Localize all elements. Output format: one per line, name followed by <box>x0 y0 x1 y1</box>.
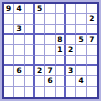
cell-r9c4[interactable] <box>35 87 45 97</box>
cell-r8c9[interactable] <box>87 76 97 86</box>
cell-r7c2[interactable]: 6 <box>14 66 24 76</box>
given-digit: 1 <box>57 46 62 54</box>
cell-r8c4[interactable] <box>35 76 45 86</box>
given-digit: 5 <box>37 5 42 13</box>
given-digit: 6 <box>16 67 21 75</box>
given-digit: 7 <box>89 36 94 44</box>
given-digit: 2 <box>89 15 94 23</box>
given-digit: 2 <box>37 67 42 75</box>
cell-r1c8[interactable] <box>76 4 86 14</box>
cell-r5c6[interactable]: 1 <box>56 45 66 55</box>
cell-r2c1[interactable] <box>4 14 14 24</box>
given-digit: 2 <box>68 46 73 54</box>
cell-r9c3[interactable] <box>25 87 35 97</box>
given-digit: 3 <box>16 25 21 33</box>
cell-r1c2[interactable]: 4 <box>14 4 24 14</box>
cell-r8c5[interactable]: 6 <box>45 76 55 86</box>
cell-r1c6[interactable] <box>56 4 66 14</box>
cell-r6c9[interactable] <box>87 56 97 66</box>
cell-r8c8[interactable]: 4 <box>76 76 86 86</box>
cell-r1c3[interactable] <box>25 4 35 14</box>
given-digit: 9 <box>6 5 11 13</box>
cell-r2c7[interactable] <box>66 14 76 24</box>
cell-r7c4[interactable]: 2 <box>35 66 45 76</box>
cell-r3c2[interactable]: 3 <box>14 25 24 35</box>
cell-r8c6[interactable] <box>56 76 66 86</box>
cell-r6c2[interactable] <box>14 56 24 66</box>
given-digit: 6 <box>47 77 52 85</box>
cell-r7c1[interactable] <box>4 66 14 76</box>
cell-r6c1[interactable] <box>4 56 14 66</box>
cell-r7c9[interactable] <box>87 66 97 76</box>
cell-r1c9[interactable] <box>87 4 97 14</box>
cell-r6c8[interactable] <box>76 56 86 66</box>
given-digit: 4 <box>78 77 83 85</box>
cell-r7c3[interactable] <box>25 66 35 76</box>
cell-r3c1[interactable] <box>4 25 14 35</box>
sudoku-board: 9452385712627364 <box>2 2 99 99</box>
cell-r8c1[interactable] <box>4 76 14 86</box>
cell-r4c6[interactable]: 8 <box>56 35 66 45</box>
cell-r3c9[interactable] <box>87 25 97 35</box>
cell-r6c7[interactable] <box>66 56 76 66</box>
given-digit: 8 <box>57 36 62 44</box>
cell-r3c3[interactable] <box>25 25 35 35</box>
cell-r2c4[interactable] <box>35 14 45 24</box>
cell-r3c7[interactable] <box>66 25 76 35</box>
given-digit: 5 <box>78 36 83 44</box>
cell-r9c6[interactable] <box>56 87 66 97</box>
cell-r7c8[interactable] <box>76 66 86 76</box>
cell-r5c4[interactable] <box>35 45 45 55</box>
cell-r5c9[interactable] <box>87 45 97 55</box>
cell-r5c7[interactable]: 2 <box>66 45 76 55</box>
cell-r9c5[interactable] <box>45 87 55 97</box>
cell-r2c5[interactable] <box>45 14 55 24</box>
cell-r5c2[interactable] <box>14 45 24 55</box>
cell-r4c1[interactable] <box>4 35 14 45</box>
cell-r3c4[interactable] <box>35 25 45 35</box>
cell-r7c7[interactable]: 3 <box>66 66 76 76</box>
cell-r9c2[interactable] <box>14 87 24 97</box>
cell-r1c4[interactable]: 5 <box>35 4 45 14</box>
cell-r4c9[interactable]: 7 <box>87 35 97 45</box>
cell-r4c7[interactable] <box>66 35 76 45</box>
cell-r3c5[interactable] <box>45 25 55 35</box>
cell-r9c1[interactable] <box>4 87 14 97</box>
cell-r7c6[interactable] <box>56 66 66 76</box>
board-frame: 9452385712627364 <box>0 0 101 101</box>
cell-r4c3[interactable] <box>25 35 35 45</box>
cell-r1c5[interactable] <box>45 4 55 14</box>
cell-r6c5[interactable] <box>45 56 55 66</box>
given-digit: 4 <box>16 5 21 13</box>
cell-r5c1[interactable] <box>4 45 14 55</box>
cell-r6c6[interactable] <box>56 56 66 66</box>
cell-r5c8[interactable] <box>76 45 86 55</box>
cell-r9c9[interactable] <box>87 87 97 97</box>
cell-r5c5[interactable] <box>45 45 55 55</box>
cell-r9c7[interactable] <box>66 87 76 97</box>
cell-r8c3[interactable] <box>25 76 35 86</box>
cell-r3c6[interactable] <box>56 25 66 35</box>
cell-r8c2[interactable] <box>14 76 24 86</box>
cell-r7c5[interactable]: 7 <box>45 66 55 76</box>
cell-r9c8[interactable] <box>76 87 86 97</box>
cell-r4c4[interactable] <box>35 35 45 45</box>
cell-r6c4[interactable] <box>35 56 45 66</box>
cell-r3c8[interactable] <box>76 25 86 35</box>
cell-r5c3[interactable] <box>25 45 35 55</box>
cell-r2c3[interactable] <box>25 14 35 24</box>
cell-r4c2[interactable] <box>14 35 24 45</box>
cell-r2c9[interactable]: 2 <box>87 14 97 24</box>
cell-r2c6[interactable] <box>56 14 66 24</box>
cell-r4c5[interactable] <box>45 35 55 45</box>
cell-r1c7[interactable] <box>66 4 76 14</box>
cell-r8c7[interactable] <box>66 76 76 86</box>
cell-r1c1[interactable]: 9 <box>4 4 14 14</box>
cell-r2c8[interactable] <box>76 14 86 24</box>
given-digit: 7 <box>47 67 52 75</box>
cell-r4c8[interactable]: 5 <box>76 35 86 45</box>
cell-r6c3[interactable] <box>25 56 35 66</box>
given-digit: 3 <box>68 67 73 75</box>
